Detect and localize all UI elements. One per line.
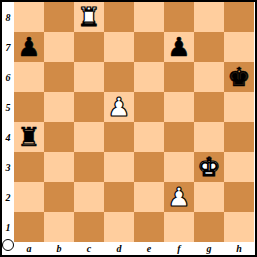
square-b6[interactable] bbox=[44, 62, 74, 92]
square-e1[interactable] bbox=[134, 212, 164, 242]
square-c2[interactable] bbox=[74, 182, 104, 212]
square-c4[interactable] bbox=[74, 122, 104, 152]
square-a6[interactable] bbox=[14, 62, 44, 92]
square-f5[interactable] bbox=[164, 92, 194, 122]
square-f8[interactable] bbox=[164, 2, 194, 32]
square-f7[interactable]: ♟ bbox=[164, 32, 194, 62]
square-e6[interactable] bbox=[134, 62, 164, 92]
black-pawn-f7[interactable]: ♟ bbox=[167, 32, 190, 62]
square-a3[interactable] bbox=[14, 152, 44, 182]
square-c3[interactable] bbox=[74, 152, 104, 182]
square-d4[interactable] bbox=[104, 122, 134, 152]
rank-label-5: 5 bbox=[2, 92, 14, 122]
square-a2[interactable] bbox=[14, 182, 44, 212]
rank-label-3: 3 bbox=[2, 152, 14, 182]
square-e3[interactable] bbox=[134, 152, 164, 182]
square-e2[interactable] bbox=[134, 182, 164, 212]
white-pawn-f2[interactable]: ♟ bbox=[167, 182, 190, 212]
square-a1[interactable] bbox=[14, 212, 44, 242]
square-d2[interactable] bbox=[104, 182, 134, 212]
square-h4[interactable] bbox=[224, 122, 254, 152]
square-d3[interactable] bbox=[104, 152, 134, 182]
square-g7[interactable] bbox=[194, 32, 224, 62]
square-g4[interactable] bbox=[194, 122, 224, 152]
square-g1[interactable] bbox=[194, 212, 224, 242]
square-b7[interactable] bbox=[44, 32, 74, 62]
square-f2[interactable]: ♟ bbox=[164, 182, 194, 212]
square-c6[interactable] bbox=[74, 62, 104, 92]
file-label-f: f bbox=[164, 242, 194, 255]
square-b2[interactable] bbox=[44, 182, 74, 212]
square-h7[interactable] bbox=[224, 32, 254, 62]
square-f3[interactable] bbox=[164, 152, 194, 182]
square-e5[interactable] bbox=[134, 92, 164, 122]
square-g5[interactable] bbox=[194, 92, 224, 122]
rank-label-4: 4 bbox=[2, 122, 14, 152]
square-h6[interactable]: ♚ bbox=[224, 62, 254, 92]
chess-diagram: 87654321 ♜♟♟♚♟♜♚♟ abcdefgh bbox=[0, 0, 257, 257]
square-c8[interactable]: ♜ bbox=[74, 2, 104, 32]
file-label-b: b bbox=[44, 242, 74, 255]
square-d1[interactable] bbox=[104, 212, 134, 242]
square-g8[interactable] bbox=[194, 2, 224, 32]
square-f4[interactable] bbox=[164, 122, 194, 152]
file-label-g: g bbox=[194, 242, 224, 255]
file-label-e: e bbox=[134, 242, 164, 255]
square-b3[interactable] bbox=[44, 152, 74, 182]
square-d8[interactable] bbox=[104, 2, 134, 32]
black-pawn-a7[interactable]: ♟ bbox=[17, 32, 40, 62]
square-h1[interactable] bbox=[224, 212, 254, 242]
square-h8[interactable] bbox=[224, 2, 254, 32]
file-label-h: h bbox=[224, 242, 254, 255]
white-king-g3[interactable]: ♚ bbox=[197, 152, 220, 182]
square-d6[interactable] bbox=[104, 62, 134, 92]
square-a8[interactable] bbox=[14, 2, 44, 32]
rank-label-8: 8 bbox=[2, 2, 14, 32]
square-c1[interactable] bbox=[74, 212, 104, 242]
square-d5[interactable]: ♟ bbox=[104, 92, 134, 122]
square-e4[interactable] bbox=[134, 122, 164, 152]
square-c7[interactable] bbox=[74, 32, 104, 62]
square-h5[interactable] bbox=[224, 92, 254, 122]
square-b1[interactable] bbox=[44, 212, 74, 242]
square-g3[interactable]: ♚ bbox=[194, 152, 224, 182]
square-a4[interactable]: ♜ bbox=[14, 122, 44, 152]
file-label-d: d bbox=[104, 242, 134, 255]
rank-label-2: 2 bbox=[2, 182, 14, 212]
rank-labels: 87654321 bbox=[2, 2, 14, 242]
square-b8[interactable] bbox=[44, 2, 74, 32]
square-h3[interactable] bbox=[224, 152, 254, 182]
black-rook-a4[interactable]: ♜ bbox=[17, 122, 40, 152]
white-rook-c8[interactable]: ♜ bbox=[77, 2, 100, 32]
black-king-h6[interactable]: ♚ bbox=[227, 62, 250, 92]
white-to-move-indicator bbox=[2, 239, 14, 251]
file-labels: abcdefgh bbox=[14, 242, 254, 255]
file-label-c: c bbox=[74, 242, 104, 255]
square-f1[interactable] bbox=[164, 212, 194, 242]
square-a5[interactable] bbox=[14, 92, 44, 122]
rank-label-6: 6 bbox=[2, 62, 14, 92]
square-c5[interactable] bbox=[74, 92, 104, 122]
square-e8[interactable] bbox=[134, 2, 164, 32]
square-g2[interactable] bbox=[194, 182, 224, 212]
square-a7[interactable]: ♟ bbox=[14, 32, 44, 62]
rank-label-7: 7 bbox=[2, 32, 14, 62]
square-f6[interactable] bbox=[164, 62, 194, 92]
file-label-a: a bbox=[14, 242, 44, 255]
square-g6[interactable] bbox=[194, 62, 224, 92]
rank-label-1: 1 bbox=[2, 212, 14, 242]
square-b5[interactable] bbox=[44, 92, 74, 122]
white-pawn-d5[interactable]: ♟ bbox=[107, 92, 130, 122]
square-b4[interactable] bbox=[44, 122, 74, 152]
chess-board: ♜♟♟♚♟♜♚♟ bbox=[14, 2, 254, 242]
square-h2[interactable] bbox=[224, 182, 254, 212]
square-e7[interactable] bbox=[134, 32, 164, 62]
square-d7[interactable] bbox=[104, 32, 134, 62]
